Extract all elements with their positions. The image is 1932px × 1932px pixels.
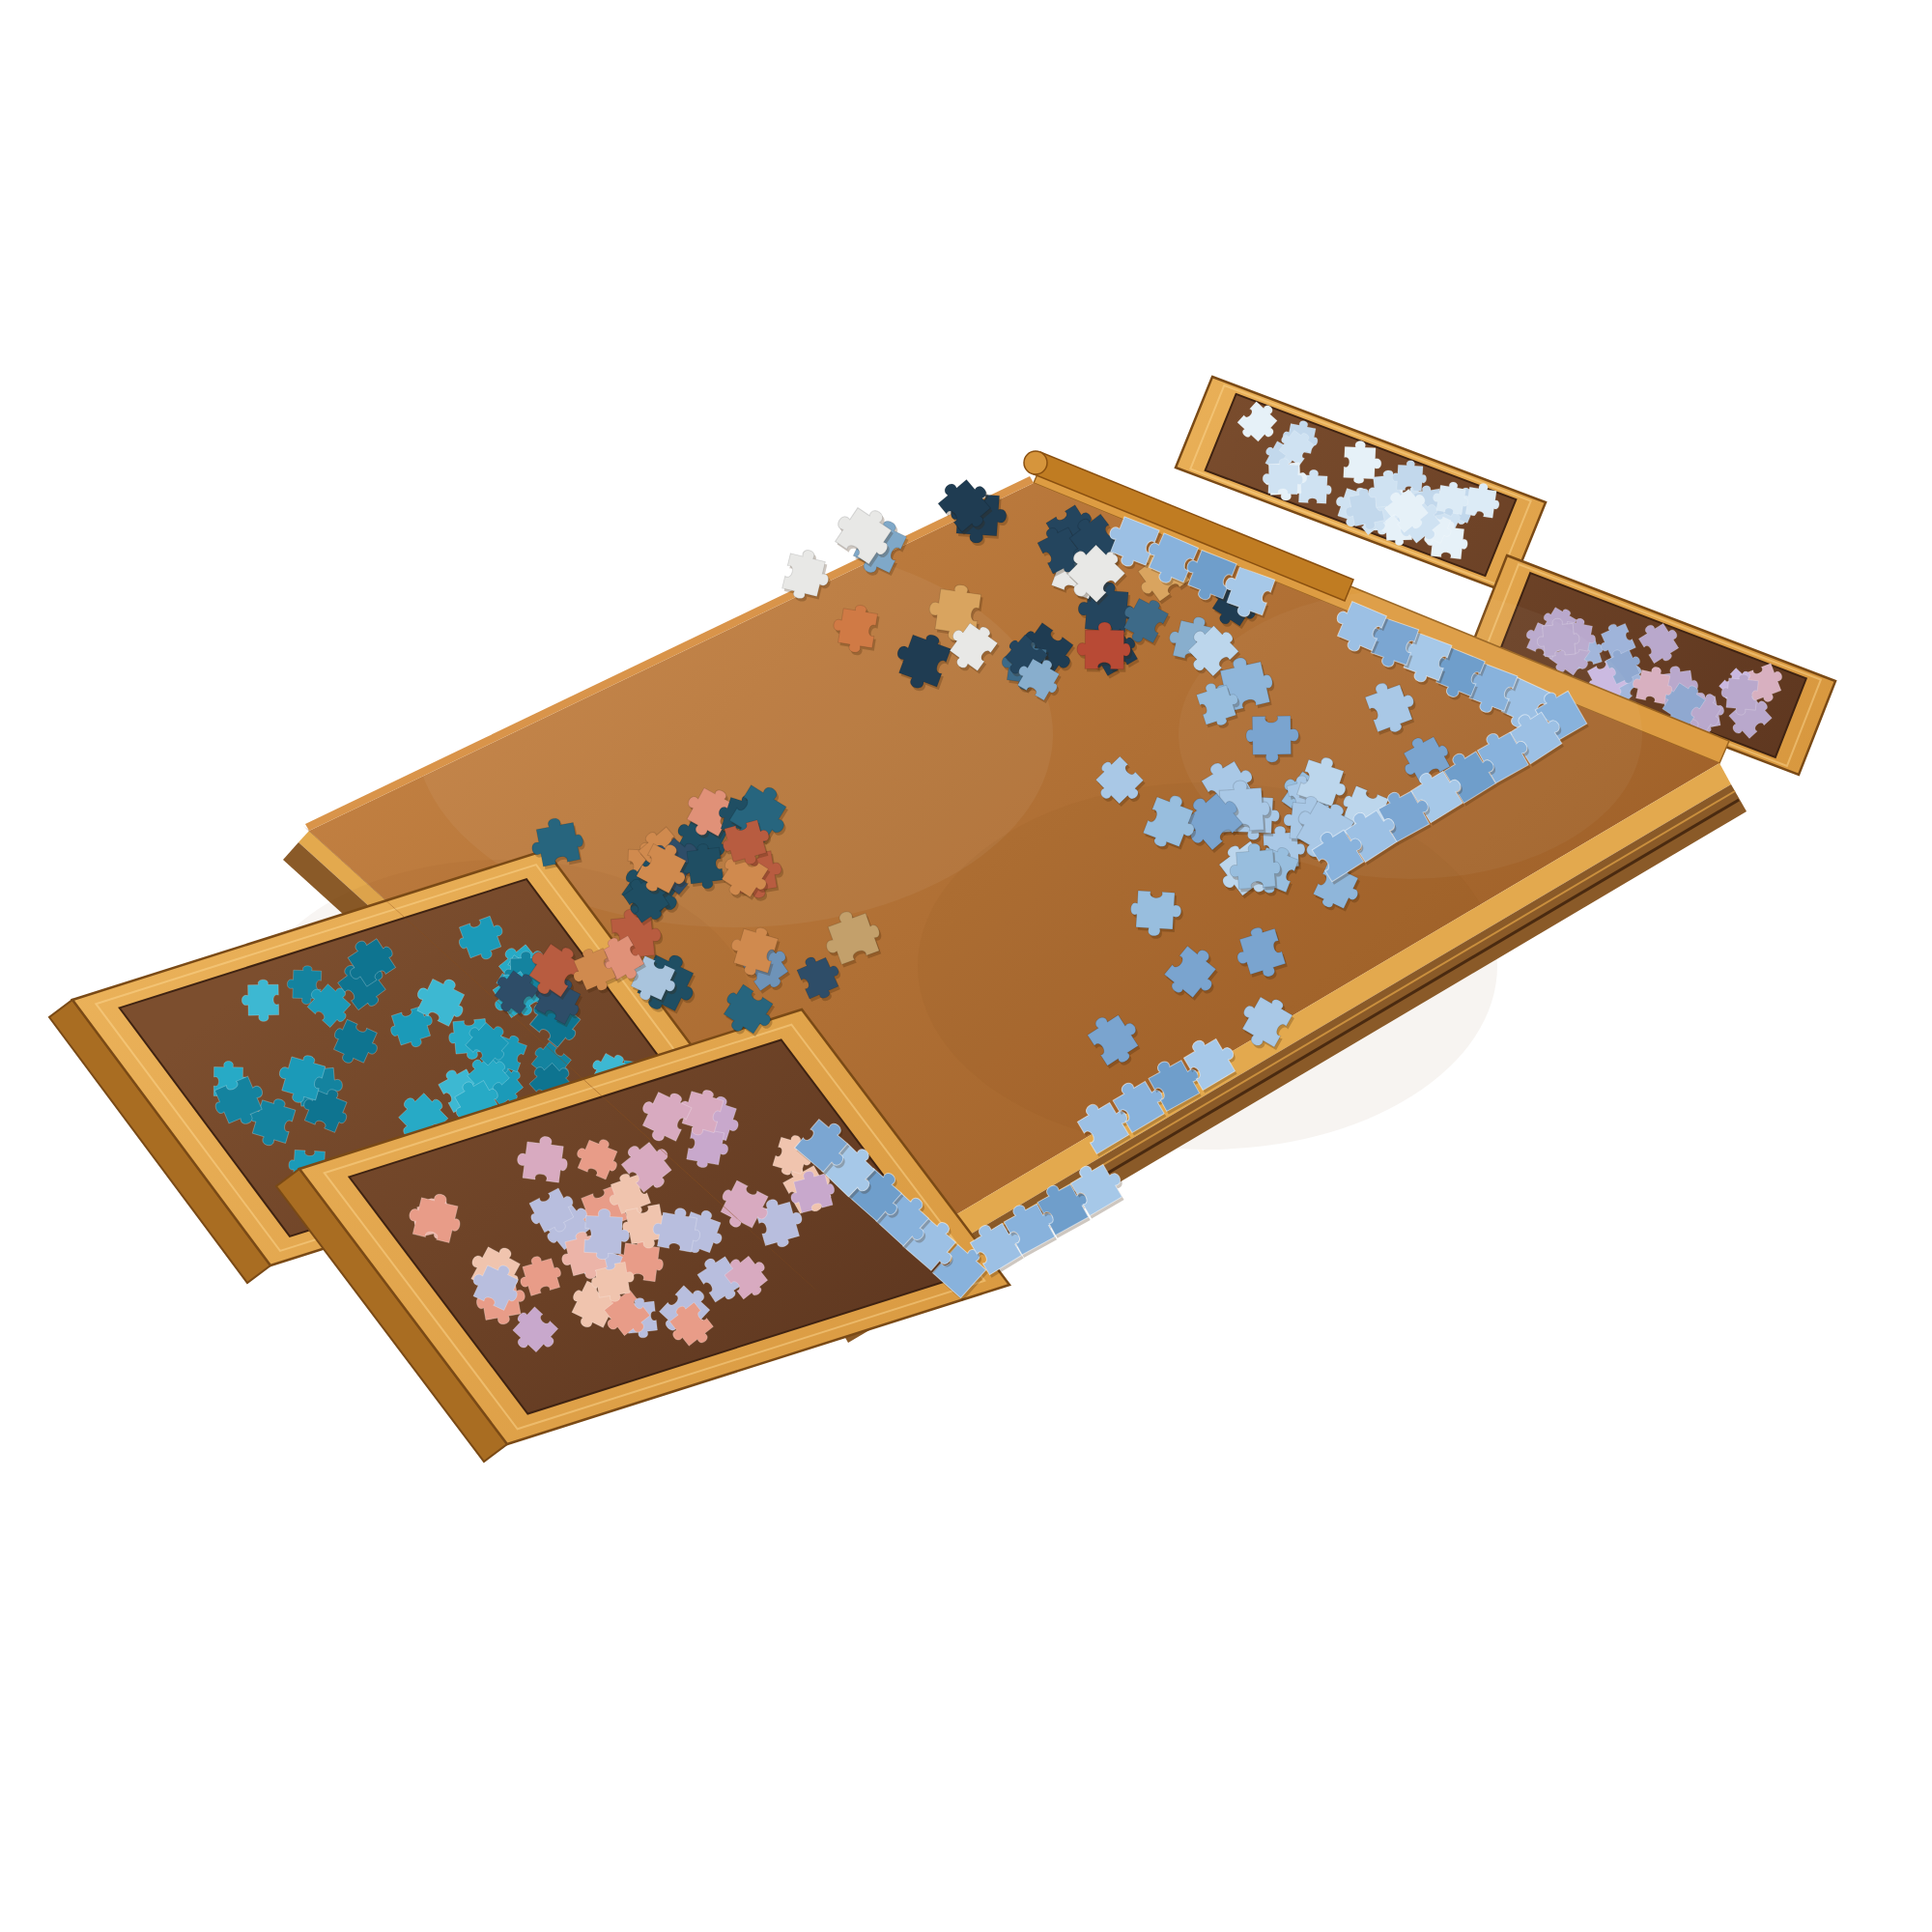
jigsaw-puzzle-table-product-photo [0,0,1932,1932]
puzzle-table-scene [0,0,1932,1932]
